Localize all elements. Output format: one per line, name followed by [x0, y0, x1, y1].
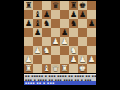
piece-white-pawn-d4[interactable]: ♟	[52, 37, 59, 46]
square-c8[interactable]	[42, 1, 51, 10]
chess-board: ♜♛♜♚♝♟♟♟♟♝♞♞♟♟♟♟♟♟♞♞♟♟♟♟♜♝♛♜♚	[24, 1, 96, 73]
square-e2[interactable]	[60, 55, 69, 64]
square-d6[interactable]	[51, 19, 60, 28]
square-c2[interactable]	[42, 55, 51, 64]
piece-black-bishop-b6[interactable]: ♝	[34, 19, 41, 28]
app-window: ♜♛♜♚♝♟♟♟♟♝♞♞♟♟♟♟♟♟♞♞♟♟♟♟♜♝♛♜♚ ▪▪ ▪▪▪▪▪ ▪…	[0, 0, 120, 90]
piece-black-pawn-a6[interactable]: ♟	[25, 19, 32, 28]
piece-white-rook-a1[interactable]: ♜	[25, 64, 32, 73]
square-g1[interactable]: ♚	[78, 64, 87, 73]
square-h2[interactable]: ♟	[87, 55, 96, 64]
piece-white-pawn-f2[interactable]: ♟	[70, 55, 77, 64]
piece-black-pawn-e5[interactable]: ♟	[61, 28, 68, 37]
square-g4[interactable]	[78, 37, 87, 46]
square-h7[interactable]	[87, 10, 96, 19]
square-d1[interactable]: ♛	[51, 64, 60, 73]
square-e4[interactable]: ♟	[60, 37, 69, 46]
piece-black-rook-a8[interactable]: ♜	[25, 1, 32, 10]
piece-white-pawn-g2[interactable]: ♟	[79, 55, 86, 64]
square-a8[interactable]: ♜	[24, 1, 33, 10]
square-a2[interactable]: ♟	[24, 55, 33, 64]
piece-black-pawn-g7[interactable]: ♟	[79, 10, 86, 19]
square-c3[interactable]: ♞	[42, 46, 51, 55]
square-h4[interactable]	[87, 37, 96, 46]
square-b4[interactable]	[33, 37, 42, 46]
piece-white-knight-f3[interactable]: ♞	[70, 46, 77, 55]
square-e1[interactable]: ♜	[60, 64, 69, 73]
square-h6[interactable]: ♟	[87, 19, 96, 28]
square-a1[interactable]: ♜	[24, 64, 33, 73]
piece-white-bishop-c1[interactable]: ♝	[43, 64, 50, 73]
square-b6[interactable]: ♝	[33, 19, 42, 28]
selection-bar[interactable]: ▪▪▪▪ ▪▪ ▪ ▪▪▪	[24, 81, 96, 85]
square-b2[interactable]	[33, 55, 42, 64]
square-d4[interactable]: ♟	[51, 37, 60, 46]
square-g3[interactable]	[78, 46, 87, 55]
square-a4[interactable]	[24, 37, 33, 46]
piece-black-pawn-h6[interactable]: ♟	[88, 19, 95, 28]
square-g6[interactable]	[78, 19, 87, 28]
square-b7[interactable]: ♝	[33, 10, 42, 19]
square-f7[interactable]: ♟	[69, 10, 78, 19]
square-e6[interactable]	[60, 19, 69, 28]
square-f8[interactable]: ♜	[69, 1, 78, 10]
square-e7[interactable]	[60, 10, 69, 19]
square-b5[interactable]: ♟	[33, 28, 42, 37]
square-d5[interactable]	[51, 28, 60, 37]
square-f1[interactable]	[69, 64, 78, 73]
square-e5[interactable]: ♟	[60, 28, 69, 37]
piece-white-queen-d1[interactable]: ♛	[52, 64, 59, 73]
piece-black-pawn-b5[interactable]: ♟	[34, 28, 41, 37]
square-b3[interactable]: ♟	[33, 46, 42, 55]
square-f3[interactable]: ♞	[69, 46, 78, 55]
square-h3[interactable]	[87, 46, 96, 55]
square-f4[interactable]	[69, 37, 78, 46]
status-text-line-1: ▪▪ ▪▪▪▪▪ ▪ ▪▪▪ ▪▪▪▪ ▪▪ ▪▪▪▪ ▪▪ ▪▪▪	[24, 75, 96, 78]
square-b1[interactable]	[33, 64, 42, 73]
square-c6[interactable]: ♞	[42, 19, 51, 28]
square-h8[interactable]	[87, 1, 96, 10]
square-g2[interactable]: ♟	[78, 55, 87, 64]
square-f6[interactable]: ♞	[69, 19, 78, 28]
square-e8[interactable]	[60, 1, 69, 10]
square-c1[interactable]: ♝	[42, 64, 51, 73]
square-d7[interactable]	[51, 10, 60, 19]
piece-white-pawn-h2[interactable]: ♟	[88, 55, 95, 64]
piece-white-knight-c3[interactable]: ♞	[43, 46, 50, 55]
square-f2[interactable]: ♟	[69, 55, 78, 64]
piece-black-bishop-b7[interactable]: ♝	[34, 10, 41, 19]
square-a5[interactable]	[24, 28, 33, 37]
square-g8[interactable]: ♚	[78, 1, 87, 10]
square-a6[interactable]: ♟	[24, 19, 33, 28]
square-a3[interactable]	[24, 46, 33, 55]
square-d2[interactable]	[51, 55, 60, 64]
square-g7[interactable]: ♟	[78, 10, 87, 19]
piece-black-knight-c6[interactable]: ♞	[43, 19, 50, 28]
square-e3[interactable]	[60, 46, 69, 55]
piece-black-pawn-f7[interactable]: ♟	[70, 10, 77, 19]
piece-black-knight-f6[interactable]: ♞	[70, 19, 77, 28]
square-d8[interactable]: ♛	[51, 1, 60, 10]
square-c5[interactable]	[42, 28, 51, 37]
piece-white-pawn-a2[interactable]: ♟	[25, 55, 32, 64]
piece-white-pawn-b3[interactable]: ♟	[34, 46, 41, 55]
piece-black-queen-d8[interactable]: ♛	[52, 1, 59, 10]
square-c7[interactable]: ♟	[42, 10, 51, 19]
piece-white-king-g1[interactable]: ♚	[79, 64, 86, 73]
square-b8[interactable]	[33, 1, 42, 10]
square-g5[interactable]	[78, 28, 87, 37]
square-d3[interactable]	[51, 46, 60, 55]
square-h1[interactable]	[87, 64, 96, 73]
square-c4[interactable]	[42, 37, 51, 46]
piece-black-rook-f8[interactable]: ♜	[70, 1, 77, 10]
square-h5[interactable]	[87, 28, 96, 37]
square-f5[interactable]	[69, 28, 78, 37]
piece-white-rook-e1[interactable]: ♜	[61, 64, 68, 73]
piece-black-king-g8[interactable]: ♚	[79, 1, 86, 10]
piece-white-pawn-e4[interactable]: ♟	[61, 37, 68, 46]
square-a7[interactable]	[24, 10, 33, 19]
piece-black-pawn-c7[interactable]: ♟	[43, 10, 50, 19]
